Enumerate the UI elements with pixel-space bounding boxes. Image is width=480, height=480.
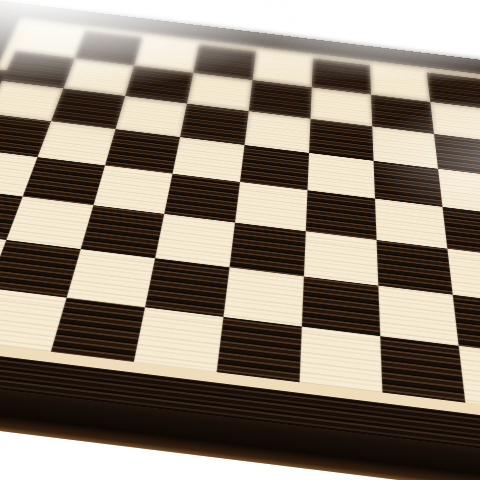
square-e1 (217, 317, 302, 382)
square-g1 (380, 336, 465, 403)
square-f1 (300, 327, 383, 393)
board-grid (0, 23, 480, 412)
photo-background (0, 0, 480, 480)
square-c1 (51, 298, 145, 362)
chessboard-scene (0, 0, 480, 480)
board-surface (0, 0, 480, 465)
square-d1 (134, 307, 224, 372)
